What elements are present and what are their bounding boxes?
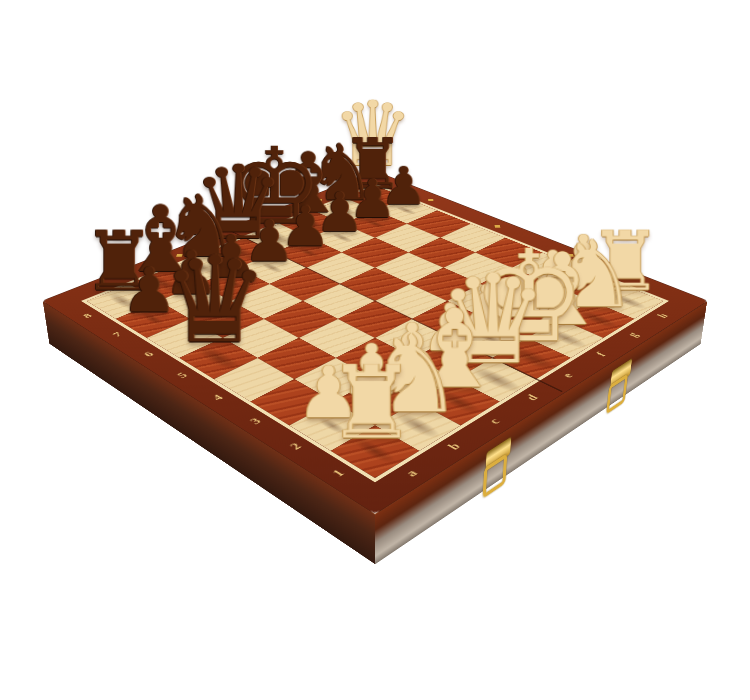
piece-black-queen-extra: ♛ — [128, 240, 302, 360]
brass-clasp-upper — [610, 358, 632, 387]
brass-clasp-lower — [486, 437, 512, 470]
perspective-camera: 12345678abcdefgh ♛♜♟♟♜♞♟♟♞♝♟♟♝♚♟♟♚♛♟♟♛♞♟… — [0, 0, 750, 700]
product-photo-scene: 12345678abcdefgh ♛♜♟♟♜♞♟♟♞♝♟♟♝♚♟♟♚♛♟♟♛♞♟… — [0, 0, 750, 700]
chess-board: 12345678abcdefgh ♛♜♟♟♜♞♟♟♞♝♟♟♝♚♟♟♚♛♟♟♛♞♟… — [43, 171, 708, 513]
piece-white-rook: ♜ — [273, 352, 470, 453]
pieces-layer: ♛♜♟♟♜♞♟♟♞♝♟♟♝♚♟♟♚♛♟♟♛♞♟♟♝♝♟♟♞♜♟♛♟♜ — [43, 171, 708, 513]
